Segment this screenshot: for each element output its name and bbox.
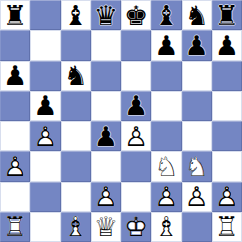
square-d8[interactable]: ♛	[91, 0, 121, 30]
square-c5[interactable]	[61, 91, 91, 121]
black-bishop-piece[interactable]: ♝	[151, 0, 181, 30]
square-g4[interactable]	[182, 121, 212, 151]
piece-glyph-outline: ♙	[212, 182, 242, 212]
square-e1[interactable]: ♚♔	[121, 212, 151, 242]
square-e4[interactable]: ♟♙	[121, 121, 151, 151]
piece-glyph-fill: ♜	[212, 0, 242, 30]
square-a2[interactable]	[0, 182, 30, 212]
square-f3[interactable]: ♞♘	[151, 151, 181, 181]
piece-glyph-outline: ♙	[182, 182, 212, 212]
square-h7[interactable]: ♟	[212, 30, 242, 60]
black-knight-piece[interactable]: ♞	[61, 61, 91, 91]
square-f4[interactable]	[151, 121, 181, 151]
piece-glyph-fill: ♟	[91, 121, 121, 151]
white-pawn-piece[interactable]: ♟♙	[182, 182, 212, 212]
square-h5[interactable]	[212, 91, 242, 121]
square-h2[interactable]: ♟♙	[212, 182, 242, 212]
chess-board: ♜♝♛♚♝♞♜♟♟♟♟♞♟♟♟♙♟♟♙♟♙♞♘♞♘♟♙♟♙♟♙♟♙♜♖♝♗♛♕♚…	[0, 0, 242, 242]
square-f5[interactable]	[151, 91, 181, 121]
square-d6[interactable]	[91, 61, 121, 91]
square-b2[interactable]	[30, 182, 60, 212]
square-g7[interactable]: ♟	[182, 30, 212, 60]
white-bishop-piece[interactable]: ♝♗	[151, 212, 181, 242]
square-g1[interactable]	[182, 212, 212, 242]
piece-glyph-outline: ♘	[151, 151, 181, 181]
square-c7[interactable]	[61, 30, 91, 60]
black-pawn-piece[interactable]: ♟	[151, 30, 181, 60]
white-king-piece[interactable]: ♚♔	[121, 212, 151, 242]
piece-glyph-fill: ♟	[182, 30, 212, 60]
white-pawn-piece[interactable]: ♟♙	[30, 121, 60, 151]
piece-glyph-fill: ♟	[0, 61, 30, 91]
square-b5[interactable]: ♟	[30, 91, 60, 121]
piece-glyph-fill: ♛	[91, 0, 121, 30]
black-pawn-piece[interactable]: ♟	[30, 91, 60, 121]
square-a8[interactable]: ♜	[0, 0, 30, 30]
piece-glyph-outline: ♖	[0, 212, 30, 242]
square-d4[interactable]: ♟	[91, 121, 121, 151]
square-d2[interactable]: ♟♙	[91, 182, 121, 212]
piece-glyph-outline: ♕	[91, 212, 121, 242]
black-pawn-piece[interactable]: ♟	[182, 30, 212, 60]
white-pawn-piece[interactable]: ♟♙	[0, 151, 30, 181]
square-b8[interactable]	[30, 0, 60, 30]
piece-glyph-fill: ♜	[0, 0, 30, 30]
square-c3[interactable]	[61, 151, 91, 181]
square-c8[interactable]: ♝	[61, 0, 91, 30]
piece-glyph-fill: ♝	[61, 0, 91, 30]
white-pawn-piece[interactable]: ♟♙	[91, 182, 121, 212]
black-queen-piece[interactable]: ♛	[91, 0, 121, 30]
piece-glyph-fill: ♞	[61, 61, 91, 91]
square-e8[interactable]: ♚	[121, 0, 151, 30]
square-g5[interactable]	[182, 91, 212, 121]
piece-glyph-fill: ♟	[121, 91, 151, 121]
square-e7[interactable]	[121, 30, 151, 60]
square-f7[interactable]: ♟	[151, 30, 181, 60]
square-g2[interactable]: ♟♙	[182, 182, 212, 212]
square-e3[interactable]	[121, 151, 151, 181]
square-b4[interactable]: ♟♙	[30, 121, 60, 151]
square-h6[interactable]	[212, 61, 242, 91]
square-h4[interactable]	[212, 121, 242, 151]
square-h3[interactable]	[212, 151, 242, 181]
black-pawn-piece[interactable]: ♟	[121, 91, 151, 121]
square-f2[interactable]: ♟♙	[151, 182, 181, 212]
square-a5[interactable]	[0, 91, 30, 121]
white-pawn-piece[interactable]: ♟♙	[151, 182, 181, 212]
black-king-piece[interactable]: ♚	[121, 0, 151, 30]
black-rook-piece[interactable]: ♜	[212, 0, 242, 30]
piece-glyph-outline: ♙	[121, 121, 151, 151]
black-pawn-piece[interactable]: ♟	[0, 61, 30, 91]
square-e2[interactable]	[121, 182, 151, 212]
square-b6[interactable]	[30, 61, 60, 91]
black-pawn-piece[interactable]: ♟	[212, 30, 242, 60]
piece-glyph-outline: ♙	[0, 151, 30, 181]
piece-glyph-outline: ♗	[151, 212, 181, 242]
square-f8[interactable]: ♝	[151, 0, 181, 30]
square-h8[interactable]: ♜	[212, 0, 242, 30]
square-e5[interactable]: ♟	[121, 91, 151, 121]
square-b1[interactable]	[30, 212, 60, 242]
square-d3[interactable]	[91, 151, 121, 181]
square-d5[interactable]	[91, 91, 121, 121]
white-pawn-piece[interactable]: ♟♙	[212, 182, 242, 212]
piece-glyph-outline: ♘	[182, 151, 212, 181]
square-a1[interactable]: ♜♖	[0, 212, 30, 242]
piece-glyph-fill: ♟	[30, 91, 60, 121]
piece-glyph-outline: ♗	[61, 212, 91, 242]
piece-glyph-fill: ♝	[151, 0, 181, 30]
square-g3[interactable]: ♞♘	[182, 151, 212, 181]
square-g6[interactable]	[182, 61, 212, 91]
square-d7[interactable]	[91, 30, 121, 60]
square-a7[interactable]	[0, 30, 30, 60]
white-rook-piece[interactable]: ♜♖	[212, 212, 242, 242]
piece-glyph-outline: ♖	[212, 212, 242, 242]
white-rook-piece[interactable]: ♜♖	[0, 212, 30, 242]
square-c1[interactable]: ♝♗	[61, 212, 91, 242]
square-f1[interactable]: ♝♗	[151, 212, 181, 242]
piece-glyph-outline: ♙	[151, 182, 181, 212]
white-pawn-piece[interactable]: ♟♙	[121, 121, 151, 151]
piece-glyph-outline: ♙	[30, 121, 60, 151]
piece-glyph-fill: ♞	[182, 0, 212, 30]
square-d1[interactable]: ♛♕	[91, 212, 121, 242]
square-a3[interactable]: ♟♙	[0, 151, 30, 181]
white-queen-piece[interactable]: ♛♕	[91, 212, 121, 242]
piece-glyph-fill: ♟	[151, 30, 181, 60]
black-pawn-piece[interactable]: ♟	[91, 121, 121, 151]
piece-glyph-outline: ♙	[91, 182, 121, 212]
piece-glyph-outline: ♔	[121, 212, 151, 242]
white-knight-piece[interactable]: ♞♘	[182, 151, 212, 181]
square-c2[interactable]	[61, 182, 91, 212]
square-f6[interactable]	[151, 61, 181, 91]
square-e6[interactable]	[121, 61, 151, 91]
square-g8[interactable]: ♞	[182, 0, 212, 30]
black-bishop-piece[interactable]: ♝	[61, 0, 91, 30]
piece-glyph-fill: ♟	[212, 30, 242, 60]
square-b3[interactable]	[30, 151, 60, 181]
white-knight-piece[interactable]: ♞♘	[151, 151, 181, 181]
white-bishop-piece[interactable]: ♝♗	[61, 212, 91, 242]
square-h1[interactable]: ♜♖	[212, 212, 242, 242]
black-rook-piece[interactable]: ♜	[0, 0, 30, 30]
piece-glyph-fill: ♚	[121, 0, 151, 30]
square-c4[interactable]	[61, 121, 91, 151]
square-a6[interactable]: ♟	[0, 61, 30, 91]
square-a4[interactable]	[0, 121, 30, 151]
black-knight-piece[interactable]: ♞	[182, 0, 212, 30]
square-c6[interactable]: ♞	[61, 61, 91, 91]
square-b7[interactable]	[30, 30, 60, 60]
